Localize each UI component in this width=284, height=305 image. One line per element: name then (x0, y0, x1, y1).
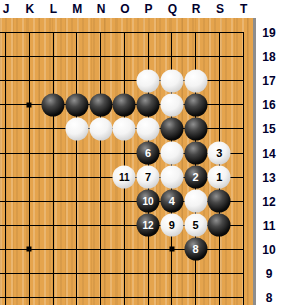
stone-white-P13[interactable]: 7 (137, 166, 160, 189)
star-point-K10 (27, 247, 32, 252)
column-label-M: M (72, 3, 82, 15)
column-label-R: R (192, 3, 201, 15)
stone-black-P12[interactable]: 10 (137, 190, 160, 213)
move-number: 12 (143, 220, 154, 230)
stone-black-P14[interactable]: 6 (137, 142, 160, 165)
row-label-13: 13 (256, 172, 282, 184)
move-number: 7 (145, 172, 151, 183)
row-label-15: 15 (256, 123, 282, 135)
go-diagram: JKLMNOPQRST 1918171615141312111098 63117… (0, 0, 284, 305)
stone-black-L16[interactable] (42, 93, 65, 116)
stone-black-N16[interactable] (89, 93, 112, 116)
star-point-Q10 (169, 247, 174, 252)
row-label-10: 10 (256, 244, 282, 256)
column-label-Q: Q (168, 3, 177, 15)
stone-black-M16[interactable] (65, 93, 88, 116)
grid-line-col-T (243, 32, 244, 305)
stone-white-Q13[interactable] (160, 166, 183, 189)
column-label-S: S (216, 3, 224, 15)
row-label-16: 16 (256, 99, 282, 111)
move-number: 3 (216, 148, 222, 159)
column-label-J: J (3, 3, 10, 15)
stone-white-P15[interactable] (137, 117, 160, 140)
column-label-K: K (25, 3, 34, 15)
grid-line-col-M (76, 32, 77, 305)
grid-line-row-19 (0, 32, 244, 33)
stone-white-O13[interactable]: 11 (113, 166, 136, 189)
move-number: 5 (193, 220, 199, 231)
star-point-K16 (27, 102, 32, 107)
stone-black-R13[interactable]: 2 (184, 166, 207, 189)
stone-white-Q14[interactable] (160, 142, 183, 165)
grid-line-col-K (29, 32, 30, 305)
stone-white-R12[interactable] (184, 190, 207, 213)
stone-black-S12[interactable] (208, 190, 231, 213)
stone-black-Q12[interactable]: 4 (160, 190, 183, 213)
stone-black-R15[interactable] (184, 117, 207, 140)
column-label-T: T (240, 3, 247, 15)
grid-line-row-9 (0, 273, 244, 274)
row-label-9: 9 (256, 268, 282, 280)
column-label-O: O (120, 3, 129, 15)
grid-line-col-J (5, 32, 6, 305)
stone-black-O16[interactable] (113, 93, 136, 116)
stone-black-S11[interactable] (208, 214, 231, 237)
column-label-N: N (97, 3, 106, 15)
row-label-11: 11 (256, 220, 282, 232)
stone-white-M15[interactable] (65, 117, 88, 140)
grid-line-row-8 (0, 297, 244, 298)
row-label-8: 8 (256, 292, 282, 304)
row-label-19: 19 (256, 27, 282, 39)
stone-white-R17[interactable] (184, 69, 207, 92)
row-label-12: 12 (256, 196, 282, 208)
stone-black-P11[interactable]: 12 (137, 214, 160, 237)
stone-white-Q17[interactable] (160, 69, 183, 92)
stone-white-P17[interactable] (137, 69, 160, 92)
row-label-14: 14 (256, 148, 282, 160)
stone-white-S14[interactable]: 3 (208, 142, 231, 165)
column-label-P: P (145, 3, 153, 15)
stone-black-Q15[interactable] (160, 117, 183, 140)
column-label-L: L (50, 3, 57, 15)
row-label-17: 17 (256, 75, 282, 87)
stone-white-O15[interactable] (113, 117, 136, 140)
grid-line-col-N (100, 32, 101, 305)
move-number: 8 (193, 244, 199, 255)
move-number: 4 (169, 196, 175, 207)
move-number: 6 (145, 148, 151, 159)
stone-black-R14[interactable] (184, 142, 207, 165)
grid-line-row-18 (0, 56, 244, 57)
move-number: 9 (169, 220, 175, 231)
move-number: 1 (216, 172, 222, 183)
stone-white-Q16[interactable] (160, 93, 183, 116)
stone-white-S13[interactable]: 1 (208, 166, 231, 189)
move-number: 11 (119, 172, 130, 182)
row-label-18: 18 (256, 51, 282, 63)
stone-black-P16[interactable] (137, 93, 160, 116)
stone-white-Q11[interactable]: 9 (160, 214, 183, 237)
move-number: 2 (193, 172, 199, 183)
stone-white-N15[interactable] (89, 117, 112, 140)
grid-line-col-L (53, 32, 54, 305)
stone-white-R11[interactable]: 5 (184, 214, 207, 237)
stone-black-R10[interactable]: 8 (184, 238, 207, 261)
move-number: 10 (143, 196, 154, 206)
stone-black-R16[interactable] (184, 93, 207, 116)
